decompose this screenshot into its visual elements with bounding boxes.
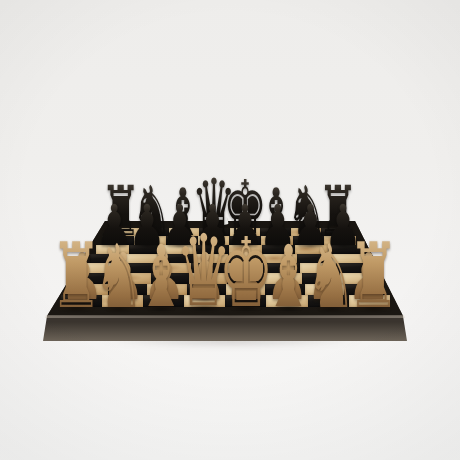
square-e5 [228,254,263,264]
square-g5 [297,254,332,264]
square-b1 [102,295,144,307]
square-d1 [184,295,226,307]
square-b2 [108,284,148,295]
square-h3 [340,273,378,284]
square-c2 [147,284,187,295]
square-d2 [187,284,227,295]
square-a1 [61,295,103,307]
square-a3 [76,273,114,284]
square-e4 [227,263,264,274]
square-b3 [114,273,152,284]
square-d5 [194,254,229,264]
square-a5 [90,254,125,264]
square-d4 [191,263,228,274]
square-f5 [263,254,298,264]
square-h1 [349,295,391,307]
square-b4 [119,263,156,274]
square-g1 [308,295,350,307]
square-c5 [159,254,194,264]
square-g4 [300,263,337,274]
square-f3 [264,273,302,284]
square-e3 [227,273,265,284]
square-h2 [344,284,384,295]
square-e1 [225,295,267,307]
square-d3 [189,273,227,284]
square-f1 [266,295,308,307]
square-g2 [305,284,345,295]
square-e2 [226,284,266,295]
square-c1 [143,295,185,307]
square-a4 [83,263,120,274]
square-c4 [155,263,192,274]
square-h4 [336,263,373,274]
square-f4 [263,263,300,274]
square-c3 [151,273,189,284]
square-b5 [124,254,159,264]
square-a2 [69,284,109,295]
square-h5 [332,254,367,264]
square-f2 [265,284,305,295]
chess-set-product-photo[interactable]: ♜♞♝♛♚♝♞♜♟♟♟♟♟♟♟♟♟♟♟♟♟♟♟♟♜♞♝♛♚♝♞♜ [0,0,460,460]
square-g3 [302,273,340,284]
